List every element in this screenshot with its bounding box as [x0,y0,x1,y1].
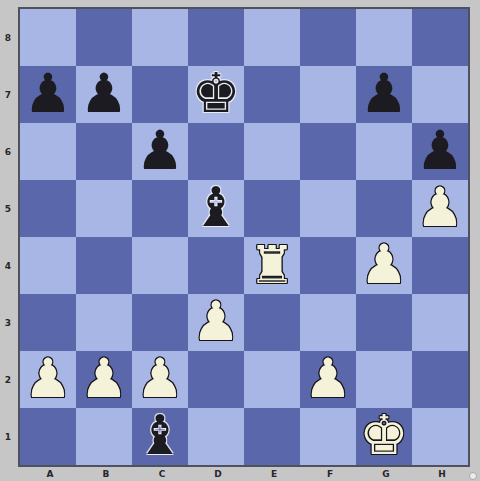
square-b6[interactable] [76,123,132,180]
file-label-d: D [190,468,246,480]
square-f7[interactable] [300,66,356,123]
square-b3[interactable] [76,294,132,351]
square-e2[interactable] [244,351,300,408]
piece-black-pawn-b7[interactable]: ♟ [80,67,128,121]
square-f1[interactable] [300,408,356,465]
rank-label-2: 2 [0,351,16,408]
piece-white-pawn-d3[interactable]: ♟ [192,295,240,349]
square-e6[interactable] [244,123,300,180]
square-a4[interactable] [20,237,76,294]
piece-black-king-d7[interactable]: ♚ [191,66,240,121]
piece-white-pawn-a2[interactable]: ♟ [24,352,72,406]
square-h2[interactable] [412,351,468,408]
square-b4[interactable] [76,237,132,294]
piece-white-pawn-g4[interactable]: ♟ [360,238,408,292]
square-d6[interactable] [188,123,244,180]
square-e1[interactable] [244,408,300,465]
rank-label-5: 5 [0,180,16,237]
square-b2[interactable]: ♟ [76,351,132,408]
square-g7[interactable]: ♟ [356,66,412,123]
square-b7[interactable]: ♟ [76,66,132,123]
file-label-e: E [246,468,302,480]
square-d3[interactable]: ♟ [188,294,244,351]
piece-white-pawn-b2[interactable]: ♟ [80,352,128,406]
square-g8[interactable] [356,9,412,66]
square-g2[interactable] [356,351,412,408]
square-c8[interactable] [132,9,188,66]
board: ♟♟♚♟♟♟♝♟♜♟♟♟♟♟♟♝♚ [18,7,470,467]
square-a7[interactable]: ♟ [20,66,76,123]
piece-white-rook-e4[interactable]: ♜ [249,239,296,291]
square-e7[interactable] [244,66,300,123]
square-h4[interactable] [412,237,468,294]
piece-white-king-g1[interactable]: ♚ [359,408,408,463]
piece-black-bishop-c1[interactable]: ♝ [135,408,184,463]
square-h3[interactable] [412,294,468,351]
square-c5[interactable] [132,180,188,237]
square-e3[interactable] [244,294,300,351]
square-g3[interactable] [356,294,412,351]
square-c6[interactable]: ♟ [132,123,188,180]
square-b8[interactable] [76,9,132,66]
square-f8[interactable] [300,9,356,66]
file-label-a: A [22,468,78,480]
square-e5[interactable] [244,180,300,237]
square-f4[interactable] [300,237,356,294]
square-g1[interactable]: ♚ [356,408,412,465]
square-c1[interactable]: ♝ [132,408,188,465]
square-g4[interactable]: ♟ [356,237,412,294]
square-a3[interactable] [20,294,76,351]
square-d2[interactable] [188,351,244,408]
square-c4[interactable] [132,237,188,294]
piece-black-pawn-h6[interactable]: ♟ [416,124,464,178]
square-c7[interactable] [132,66,188,123]
square-f2[interactable]: ♟ [300,351,356,408]
square-d1[interactable] [188,408,244,465]
square-h8[interactable] [412,9,468,66]
square-b5[interactable] [76,180,132,237]
chess-app-board-area: ♟♟♚♟♟♟♝♟♜♟♟♟♟♟♟♝♚ 87654321 ABCDEFGH [0,0,480,481]
square-f5[interactable] [300,180,356,237]
square-d5[interactable]: ♝ [188,180,244,237]
rank-label-4: 4 [0,237,16,294]
piece-white-pawn-c2[interactable]: ♟ [136,352,184,406]
square-h1[interactable] [412,408,468,465]
file-label-c: C [134,468,190,480]
file-label-h: H [414,468,470,480]
rank-label-6: 6 [0,123,16,180]
rank-label-1: 1 [0,408,16,465]
square-f6[interactable] [300,123,356,180]
piece-black-pawn-g7[interactable]: ♟ [360,67,408,121]
square-g6[interactable] [356,123,412,180]
rank-label-8: 8 [0,9,16,66]
square-e8[interactable] [244,9,300,66]
file-label-g: G [358,468,414,480]
square-a1[interactable] [20,408,76,465]
piece-black-bishop-d5[interactable]: ♝ [191,180,240,235]
square-e4[interactable]: ♜ [244,237,300,294]
square-f3[interactable] [300,294,356,351]
square-d4[interactable] [188,237,244,294]
rank-label-3: 3 [0,294,16,351]
rank-label-7: 7 [0,66,16,123]
square-c2[interactable]: ♟ [132,351,188,408]
square-g5[interactable] [356,180,412,237]
square-d8[interactable] [188,9,244,66]
square-a8[interactable] [20,9,76,66]
piece-white-pawn-f2[interactable]: ♟ [304,352,352,406]
square-a5[interactable] [20,180,76,237]
square-a2[interactable]: ♟ [20,351,76,408]
square-a6[interactable] [20,123,76,180]
piece-white-pawn-h5[interactable]: ♟ [416,181,464,235]
square-b1[interactable] [76,408,132,465]
square-c3[interactable] [132,294,188,351]
square-h5[interactable]: ♟ [412,180,468,237]
square-h7[interactable] [412,66,468,123]
file-label-f: F [302,468,358,480]
side-to-move-indicator-white [469,472,477,480]
piece-black-pawn-c6[interactable]: ♟ [136,124,184,178]
piece-black-pawn-a7[interactable]: ♟ [24,67,72,121]
square-h6[interactable]: ♟ [412,123,468,180]
square-d7[interactable]: ♚ [188,66,244,123]
file-label-b: B [78,468,134,480]
